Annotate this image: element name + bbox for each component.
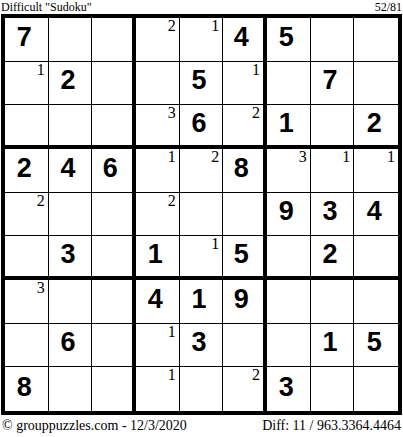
cell-r4c2[interactable]: 4: [49, 149, 93, 193]
cell-r6c4[interactable]: 1: [136, 236, 180, 280]
given-digit: 2: [352, 103, 396, 143]
cell-r5c1[interactable]: 2: [5, 193, 49, 237]
pencil-mark: 1: [168, 150, 176, 164]
puzzle-page: Difficult "Sudoku" 52/81 721451251736212…: [0, 0, 403, 437]
cell-r2c2[interactable]: 2: [49, 62, 93, 106]
cell-r4c6[interactable]: 8: [223, 149, 267, 193]
pencil-mark: 1: [211, 237, 219, 251]
cell-r2c7[interactable]: [267, 62, 311, 106]
cell-r5c6[interactable]: [223, 193, 267, 237]
given-digit: 9: [221, 278, 261, 321]
given-digit: 1: [309, 322, 352, 365]
cell-r4c7[interactable]: 3: [267, 149, 311, 193]
given-digit: 7: [309, 60, 352, 103]
cell-r3c7[interactable]: 1: [267, 105, 311, 149]
cell-r9c9[interactable]: [354, 367, 398, 411]
cell-r8c7[interactable]: [267, 324, 311, 368]
cell-r1c4[interactable]: 2: [136, 18, 180, 62]
given-digit: 5: [221, 234, 261, 274]
copyright-text: © grouppuzzles.com - 12/3/2020: [2, 418, 187, 434]
cell-r9c2[interactable]: [49, 367, 93, 411]
cell-r3c5[interactable]: 6: [180, 105, 224, 149]
cell-r8c2[interactable]: 6: [49, 324, 93, 368]
given-digit: 1: [178, 278, 221, 321]
cell-r1c1[interactable]: 7: [5, 18, 49, 62]
given-digit: 6: [47, 322, 90, 365]
pencil-mark: 2: [168, 19, 176, 33]
cell-r5c8[interactable]: 3: [311, 193, 355, 237]
cell-r8c6[interactable]: [223, 324, 267, 368]
given-digit: 3: [265, 365, 308, 409]
cell-r2c1[interactable]: 1: [5, 62, 49, 106]
given-digit: 3: [309, 191, 352, 234]
cell-r5c7[interactable]: 9: [267, 193, 311, 237]
cell-r8c1[interactable]: [5, 324, 49, 368]
cell-r9c7[interactable]: 3: [267, 367, 311, 411]
cell-r5c5[interactable]: [180, 193, 224, 237]
given-digit: 2: [3, 147, 46, 190]
cell-r6c3[interactable]: [92, 236, 136, 280]
cell-r6c6[interactable]: 5: [223, 236, 267, 280]
given-digit: 4: [352, 191, 396, 234]
pencil-mark: 3: [168, 106, 176, 120]
cell-r3c8[interactable]: [311, 105, 355, 149]
pencil-mark: 1: [342, 150, 350, 164]
cell-r7c8[interactable]: [311, 280, 355, 324]
pencil-mark: 2: [252, 368, 260, 382]
sudoku-grid: 7214512517362122461283112293431152341961…: [1, 14, 402, 415]
cell-r7c2[interactable]: [49, 280, 93, 324]
cell-r7c4[interactable]: 4: [136, 280, 180, 324]
cell-r1c8[interactable]: [311, 18, 355, 62]
cell-r8c4[interactable]: 1: [136, 324, 180, 368]
cell-r5c9[interactable]: 4: [354, 193, 398, 237]
pencil-mark: 1: [387, 150, 395, 164]
cell-r7c1[interactable]: 3: [5, 280, 49, 324]
cell-r1c6[interactable]: 4: [223, 18, 267, 62]
cell-r9c1[interactable]: 8: [5, 367, 49, 411]
pencil-mark: 2: [37, 194, 45, 208]
given-digit: 4: [47, 147, 90, 190]
given-digit: 5: [352, 322, 396, 365]
given-digit: 3: [47, 234, 90, 274]
pencil-mark: 3: [299, 150, 307, 164]
cell-r5c3[interactable]: [92, 193, 136, 237]
footer: © grouppuzzles.com - 12/3/2020 Diff: 11 …: [0, 415, 403, 437]
cell-r1c7[interactable]: 5: [267, 18, 311, 62]
cell-r6c7[interactable]: [267, 236, 311, 280]
cell-r8c9[interactable]: 5: [354, 324, 398, 368]
given-digit: 1: [134, 234, 177, 274]
cell-r3c9[interactable]: 2: [354, 105, 398, 149]
cell-r4c8[interactable]: 1: [311, 149, 355, 193]
given-digit: 8: [221, 147, 261, 190]
difficulty-text: Diff: 11 / 963.3364.4464: [262, 418, 401, 434]
cell-r3c1[interactable]: [5, 105, 49, 149]
cell-r4c9[interactable]: 1: [354, 149, 398, 193]
pencil-mark: 1: [168, 325, 176, 339]
given-digit: 8: [3, 365, 46, 409]
cell-r1c2[interactable]: [49, 18, 93, 62]
cell-r6c8[interactable]: 2: [311, 236, 355, 280]
given-digit: 7: [3, 16, 46, 59]
given-digit: 3: [178, 322, 221, 365]
cell-r1c9[interactable]: [354, 18, 398, 62]
pencil-mark: 3: [37, 281, 45, 295]
given-digit: 6: [90, 147, 130, 190]
cell-r8c3[interactable]: [92, 324, 136, 368]
cell-r1c5[interactable]: 1: [180, 18, 224, 62]
cell-r1c3[interactable]: [92, 18, 136, 62]
cell-r3c2[interactable]: [49, 105, 93, 149]
cell-r7c6[interactable]: 9: [223, 280, 267, 324]
cell-r8c5[interactable]: 3: [180, 324, 224, 368]
pencil-mark: 1: [37, 63, 45, 77]
cell-r2c4[interactable]: [136, 62, 180, 106]
cell-r3c4[interactable]: 3: [136, 105, 180, 149]
given-digit: 9: [265, 191, 308, 234]
given-digit: 2: [47, 60, 90, 103]
cell-r4c4[interactable]: 1: [136, 149, 180, 193]
cell-r4c1[interactable]: 2: [5, 149, 49, 193]
pencil-mark: 1: [168, 368, 176, 382]
cell-r5c2[interactable]: [49, 193, 93, 237]
cell-r3c6[interactable]: 2: [223, 105, 267, 149]
cell-r6c9[interactable]: [354, 236, 398, 280]
cell-r2c3[interactable]: [92, 62, 136, 106]
cell-r2c9[interactable]: [354, 62, 398, 106]
header: Difficult "Sudoku" 52/81: [0, 0, 403, 14]
cell-r7c7[interactable]: [267, 280, 311, 324]
cell-r9c3[interactable]: [92, 367, 136, 411]
given-digit: 1: [265, 103, 308, 143]
given-digit: 5: [178, 60, 221, 103]
cell-r9c6[interactable]: 2: [223, 367, 267, 411]
cell-r5c4[interactable]: 2: [136, 193, 180, 237]
given-digit: 6: [178, 103, 221, 143]
cell-r7c9[interactable]: [354, 280, 398, 324]
cell-r2c6[interactable]: 1: [223, 62, 267, 106]
page-title: Difficult "Sudoku": [1, 1, 92, 14]
cell-r7c3[interactable]: [92, 280, 136, 324]
cell-r8c8[interactable]: 1: [311, 324, 355, 368]
cell-r6c1[interactable]: [5, 236, 49, 280]
given-digit: 5: [265, 16, 308, 59]
cell-r3c3[interactable]: [92, 105, 136, 149]
cell-r4c3[interactable]: 6: [92, 149, 136, 193]
cell-r2c8[interactable]: 7: [311, 62, 355, 106]
given-digit: 2: [309, 234, 352, 274]
cell-r7c5[interactable]: 1: [180, 280, 224, 324]
given-digit: 4: [134, 278, 177, 321]
remaining-counter: 52/81: [375, 1, 402, 14]
cell-r6c5[interactable]: 1: [180, 236, 224, 280]
pencil-mark: 1: [211, 19, 219, 33]
cell-r4c5[interactable]: 2: [180, 149, 224, 193]
cell-r9c8[interactable]: [311, 367, 355, 411]
pencil-mark: 1: [252, 63, 260, 77]
given-digit: 4: [221, 16, 261, 59]
cell-r9c5[interactable]: [180, 367, 224, 411]
pencil-mark: 2: [252, 106, 260, 120]
pencil-mark: 2: [168, 194, 176, 208]
cell-r2c5[interactable]: 5: [180, 62, 224, 106]
pencil-mark: 2: [211, 150, 219, 164]
cell-r6c2[interactable]: 3: [49, 236, 93, 280]
cell-r9c4[interactable]: 1: [136, 367, 180, 411]
